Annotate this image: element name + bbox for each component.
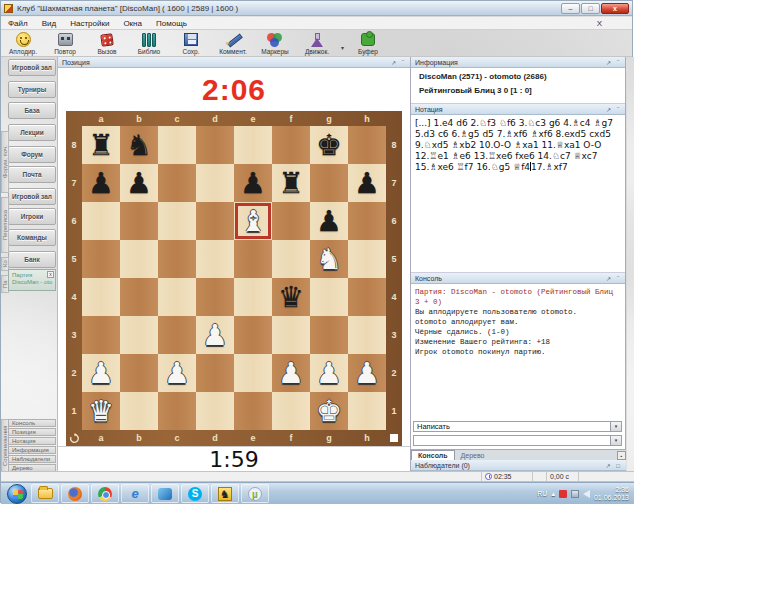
sidebar-bottom-item-0[interactable]: Консоль	[8, 419, 56, 427]
maximize-button[interactable]: □	[581, 3, 600, 14]
square-f7[interactable]: ♜	[272, 164, 310, 202]
game-info: DiscoMan (2571) - otomoto (2686) Рейтинг…	[411, 68, 625, 104]
file-label-top-b: b	[120, 111, 158, 126]
rank-label-left-4: 4	[66, 278, 82, 316]
white-piece-a2: ♟	[88, 354, 114, 392]
square-h2[interactable]: ♟	[348, 354, 386, 392]
observers-pin-icon[interactable]: ↗ □	[606, 462, 622, 469]
mdi-close-icon[interactable]: X	[593, 19, 606, 28]
status-bar: 02:35 0,00 с	[1, 471, 634, 482]
sidebar-item-3[interactable]: Лекции	[8, 124, 56, 141]
tabs-more-icon[interactable]: ▪	[617, 451, 626, 460]
square-g4[interactable]	[310, 278, 348, 316]
square-g3[interactable]	[310, 316, 348, 354]
square-g8[interactable]: ♚	[310, 126, 348, 164]
white-piece-e6: ♝	[240, 202, 266, 240]
black-piece-f7: ♜	[278, 164, 304, 202]
rank-label-right-2: 2	[386, 354, 402, 392]
rank-label-right-8: 8	[386, 126, 402, 164]
file-label-top-f: f	[272, 111, 310, 126]
square-b2[interactable]	[120, 354, 158, 392]
square-c4[interactable]	[158, 278, 196, 316]
info-pin-icon[interactable]: ↗ ‾	[606, 59, 621, 66]
floppy-icon	[184, 33, 198, 46]
sidebar-item-8[interactable]: Команды	[8, 229, 56, 246]
menu-help[interactable]: Помощь	[149, 18, 194, 29]
chat-input[interactable]: Написать ▾	[413, 421, 622, 432]
square-e1[interactable]	[234, 392, 272, 430]
square-d8[interactable]	[196, 126, 234, 164]
action-center-icon[interactable]	[559, 490, 567, 498]
sidebar-item-5[interactable]: Почта	[8, 166, 56, 183]
square-f3[interactable]	[272, 316, 310, 354]
file-label-bottom-b: b	[120, 430, 158, 446]
file-label-bottom-g: g	[310, 430, 348, 446]
start-button[interactable]	[7, 484, 27, 504]
rank-label-right-6: 6	[386, 202, 402, 240]
square-h4[interactable]	[348, 278, 386, 316]
library-button[interactable]: Библио	[131, 31, 167, 55]
sidebar-bottom-item-4[interactable]: Наблюдатели	[8, 455, 56, 463]
status-time-used-cell: 0,00 с	[546, 472, 579, 481]
rank-label-left-2: 2	[66, 354, 82, 392]
chess-board[interactable]: abcdefgh8♜♞♚87♟♟♟♜♟76♝♟65♞54♛43♟32♟♟♟♟♟2…	[66, 111, 402, 446]
menu-bar: Файл Вид Настройки Окна Помощь X	[1, 17, 632, 30]
applaud-button[interactable]: Аплодир.	[5, 31, 41, 55]
square-d2[interactable]	[196, 354, 234, 392]
black-piece-b8: ♞	[126, 126, 152, 164]
chess-app-taskbar-icon[interactable]: ♞	[211, 484, 239, 503]
white-piece-c2: ♟	[164, 354, 190, 392]
sidebar-bottom-item-1[interactable]: Позиция	[8, 428, 56, 436]
viewer-taskbar-icon[interactable]	[151, 484, 179, 503]
file-label-top-h: h	[348, 111, 386, 126]
menu-windows[interactable]: Окна	[116, 18, 149, 29]
sidebar-item-2[interactable]: База	[8, 102, 56, 119]
rank-label-right-7: 7	[386, 164, 402, 202]
books-icon	[142, 33, 157, 47]
edge-tab-1[interactable]: Переписка	[1, 197, 9, 253]
speaker-icon[interactable]	[583, 490, 590, 498]
square-e6[interactable]: ♝	[234, 202, 272, 240]
square-d5[interactable]	[196, 240, 234, 278]
game-tab[interactable]: xПартияDiscoMan - oto	[8, 269, 56, 291]
firefox-taskbar-icon[interactable]	[61, 484, 89, 503]
close-button[interactable]: x	[601, 3, 629, 14]
skype-taskbar-icon[interactable]: S	[181, 484, 209, 503]
black-piece-g6: ♟	[316, 202, 342, 240]
square-a8[interactable]: ♜	[82, 126, 120, 164]
dice-icon	[100, 33, 114, 47]
buffer-button[interactable]: Буфер	[350, 31, 386, 55]
notation-pin-icon[interactable]: ↗ ‾	[606, 106, 621, 113]
chat-dropdown-icon[interactable]: ▾	[610, 422, 621, 431]
square-b8[interactable]: ♞	[120, 126, 158, 164]
white-clock: 1:59	[58, 446, 410, 471]
file-label-top-e: e	[234, 111, 272, 126]
black-piece-h7: ♟	[354, 164, 380, 202]
square-h1[interactable]	[348, 392, 386, 430]
console-panel-header: Консоль ↗ ‾	[411, 273, 625, 284]
square-c1[interactable]	[158, 392, 196, 430]
engine-button[interactable]: Движок.	[299, 31, 335, 55]
chrome-taskbar-icon[interactable]	[91, 484, 119, 503]
white-piece-a1: ♛	[88, 392, 114, 430]
taskbar: e S ♞ µ RU ▴ 2:36 01.06.2013	[1, 482, 634, 504]
color-circles-icon	[267, 33, 283, 47]
app-icon	[4, 4, 13, 13]
rank-label-right-3: 3	[386, 316, 402, 354]
bottom-tabs: Консоль Дерево ▪	[411, 449, 626, 460]
rank-label-left-1: 1	[66, 392, 82, 430]
file-label-bottom-d: d	[196, 430, 234, 446]
square-f1[interactable]	[272, 392, 310, 430]
square-g2[interactable]: ♟	[310, 354, 348, 392]
markers-button[interactable]: Маркеры	[257, 31, 293, 55]
black-piece-e7: ♟	[240, 164, 266, 202]
square-g7[interactable]	[310, 164, 348, 202]
tab-console[interactable]: Консоль	[411, 450, 455, 460]
square-d4[interactable]	[196, 278, 234, 316]
rank-label-left-3: 3	[66, 316, 82, 354]
square-b1[interactable]	[120, 392, 158, 430]
black-piece-b7: ♟	[126, 164, 152, 202]
square-c2[interactable]: ♟	[158, 354, 196, 392]
rank-label-right-1: 1	[386, 392, 402, 430]
board-corner	[66, 111, 82, 126]
sidebar-item-6[interactable]: Игровой зал	[8, 188, 56, 205]
square-d7[interactable]	[196, 164, 234, 202]
square-h6[interactable]	[348, 202, 386, 240]
white-piece-g1: ♚	[316, 392, 342, 430]
square-f8[interactable]	[272, 126, 310, 164]
square-d3[interactable]: ♟	[196, 316, 234, 354]
square-a3[interactable]	[82, 316, 120, 354]
rank-label-right-4: 4	[386, 278, 402, 316]
console-log[interactable]: Партия: DiscoMan - otomoto (Рейтинговый …	[411, 284, 625, 420]
file-label-bottom-h: h	[348, 430, 386, 446]
sidebar-bottom-item-2[interactable]: Нотация	[8, 437, 56, 445]
minimize-button[interactable]: –	[561, 3, 580, 14]
square-e2[interactable]	[234, 354, 272, 392]
file-label-top-a: a	[82, 111, 120, 126]
square-h3[interactable]	[348, 316, 386, 354]
square-c7[interactable]	[158, 164, 196, 202]
replay-button[interactable]: Повтор	[47, 31, 83, 55]
rank-label-left-7: 7	[66, 164, 82, 202]
file-label-bottom-a: a	[82, 430, 120, 446]
square-h8[interactable]	[348, 126, 386, 164]
white-piece-d3: ♟	[202, 316, 228, 354]
rank-label-right-5: 5	[386, 240, 402, 278]
board-corner	[386, 111, 402, 126]
file-label-top-g: g	[310, 111, 348, 126]
file-label-top-c: c	[158, 111, 196, 126]
square-g1[interactable]: ♚	[310, 392, 348, 430]
toolbar: Аплодир. Повтор Вызов Библио Сохр. Комме…	[1, 30, 632, 57]
sidebar-bottom-item-3[interactable]: Информация	[8, 446, 56, 454]
sidebar-item-9[interactable]: Банк	[8, 251, 56, 268]
edge-tab-0[interactable]: Форум, поч.	[1, 131, 9, 193]
move-list[interactable]: [...] 1.e4 d6 2.♘f3 ♘f6 3.♘c3 g6 4.♗c4 ♗…	[411, 115, 625, 273]
square-f2[interactable]: ♟	[272, 354, 310, 392]
save-button[interactable]: Сохр.	[173, 31, 209, 55]
flask-icon	[310, 33, 324, 47]
puzzle-icon	[361, 33, 375, 46]
status-clock-cell: 02:35	[481, 472, 533, 481]
file-label-bottom-f: f	[272, 430, 310, 446]
white-piece-g5: ♞	[316, 240, 342, 278]
rank-label-left-8: 8	[66, 126, 82, 164]
square-e3[interactable]	[234, 316, 272, 354]
challenge-button[interactable]: Вызов	[89, 31, 125, 55]
square-d6[interactable]	[196, 202, 234, 240]
sidebar-item-0[interactable]: Игровой зал	[8, 59, 56, 76]
square-h5[interactable]	[348, 240, 386, 278]
square-c5[interactable]	[158, 240, 196, 278]
square-e8[interactable]	[234, 126, 272, 164]
sidebar-item-7[interactable]: Игроки	[8, 208, 56, 225]
smiley-icon	[16, 32, 31, 47]
square-e7[interactable]: ♟	[234, 164, 272, 202]
square-f5[interactable]	[272, 240, 310, 278]
left-sidebar: Игровой залТурнирыБазаЛекцииФорумПочтаИг…	[1, 57, 58, 471]
tab-tree[interactable]: Дерево	[455, 451, 491, 460]
white-piece-h2: ♟	[354, 354, 380, 392]
replay-icon	[58, 33, 73, 46]
square-a6[interactable]	[82, 202, 120, 240]
network-icon[interactable]	[571, 490, 579, 498]
black-piece-a8: ♜	[88, 126, 114, 164]
square-e5[interactable]	[234, 240, 272, 278]
square-a5[interactable]	[82, 240, 120, 278]
side-to-move-icon	[386, 430, 402, 446]
right-panels: Информация ↗ ‾ DiscoMan (2571) - otomoto…	[411, 57, 626, 471]
white-piece-g2: ♟	[316, 354, 342, 392]
game-tab-close-icon[interactable]: x	[47, 271, 54, 278]
menu-view[interactable]: Вид	[35, 18, 63, 29]
square-b5[interactable]	[120, 240, 158, 278]
black-clock: 2:06	[58, 68, 410, 111]
position-panel: Позиция ↗ ‾ 2:06 abcdefgh8♜♞♚87♟♟♟♜♟76♝♟…	[58, 57, 411, 471]
black-piece-g8: ♚	[316, 126, 342, 164]
square-f4[interactable]: ♛	[272, 278, 310, 316]
ie-taskbar-icon[interactable]: e	[121, 484, 149, 503]
flip-board-icon[interactable]	[66, 430, 82, 446]
right-edge-strip	[627, 57, 634, 471]
square-c6[interactable]	[158, 202, 196, 240]
square-c3[interactable]	[158, 316, 196, 354]
utorrent-taskbar-icon[interactable]: µ	[241, 484, 269, 503]
square-a4[interactable]	[82, 278, 120, 316]
notation-panel-header: Нотация ↗ ‾	[411, 104, 625, 115]
rank-label-left-5: 5	[66, 240, 82, 278]
clock-icon	[485, 473, 492, 480]
console-pin-icon[interactable]: ↗ ‾	[606, 275, 621, 282]
engine-dropdown-icon[interactable]: ▾	[341, 44, 344, 51]
square-b3[interactable]	[120, 316, 158, 354]
square-g5[interactable]: ♞	[310, 240, 348, 278]
file-label-bottom-e: e	[234, 430, 272, 446]
file-label-bottom-c: c	[158, 430, 196, 446]
secondary-dropdown-icon[interactable]: ▾	[610, 436, 621, 445]
square-c8[interactable]	[158, 126, 196, 164]
white-piece-f2: ♟	[278, 354, 304, 392]
observers-panel-header: Наблюдатели (0) ↗ □	[411, 460, 626, 471]
square-g6[interactable]: ♟	[310, 202, 348, 240]
square-b4[interactable]	[120, 278, 158, 316]
explorer-taskbar-icon[interactable]	[31, 484, 59, 503]
app-window: Клуб "Шахматная планета" [DiscoMan] ( 16…	[0, 0, 633, 503]
black-piece-a7: ♟	[88, 164, 114, 202]
square-b7[interactable]: ♟	[120, 164, 158, 202]
comment-button[interactable]: Коммент.	[215, 31, 251, 55]
secondary-input[interactable]: ▾	[413, 435, 622, 446]
square-a2[interactable]: ♟	[82, 354, 120, 392]
menu-settings[interactable]: Настройки	[63, 18, 116, 29]
panel-pin-icon[interactable]: ↗ ‾	[391, 59, 406, 66]
square-d1[interactable]	[196, 392, 234, 430]
black-piece-f4: ♛	[278, 278, 304, 316]
event-line: Рейтинговый Блиц 3 0 [1 : 0]	[419, 86, 617, 95]
info-panel-header: Информация ↗ ‾	[411, 57, 625, 68]
file-label-top-d: d	[196, 111, 234, 126]
tray-clock[interactable]: 2:36 01.06.2013	[594, 486, 629, 502]
menu-file[interactable]: Файл	[1, 18, 35, 29]
sidebar-item-4[interactable]: Форум	[8, 146, 56, 163]
tray-expand-icon[interactable]: ▴	[551, 490, 555, 498]
system-tray: RU ▴ 2:36 01.06.2013	[537, 486, 632, 502]
square-a7[interactable]: ♟	[82, 164, 120, 202]
square-e4[interactable]	[234, 278, 272, 316]
rank-label-left-6: 6	[66, 202, 82, 240]
window-title: Клуб "Шахматная планета" [DiscoMan] ( 16…	[17, 4, 238, 13]
square-h7[interactable]: ♟	[348, 164, 386, 202]
title-bar[interactable]: Клуб "Шахматная планета" [DiscoMan] ( 16…	[1, 1, 632, 16]
square-f6[interactable]	[272, 202, 310, 240]
square-b6[interactable]	[120, 202, 158, 240]
language-indicator[interactable]: RU	[537, 490, 547, 497]
desktop: Клуб "Шахматная планета" [DiscoMan] ( 16…	[0, 0, 768, 614]
players-line: DiscoMan (2571) - otomoto (2686)	[419, 72, 617, 81]
sidebar-item-1[interactable]: Турниры	[8, 81, 56, 98]
position-panel-header: Позиция ↗ ‾	[58, 57, 410, 68]
pencil-icon	[226, 32, 241, 47]
square-a1[interactable]: ♛	[82, 392, 120, 430]
